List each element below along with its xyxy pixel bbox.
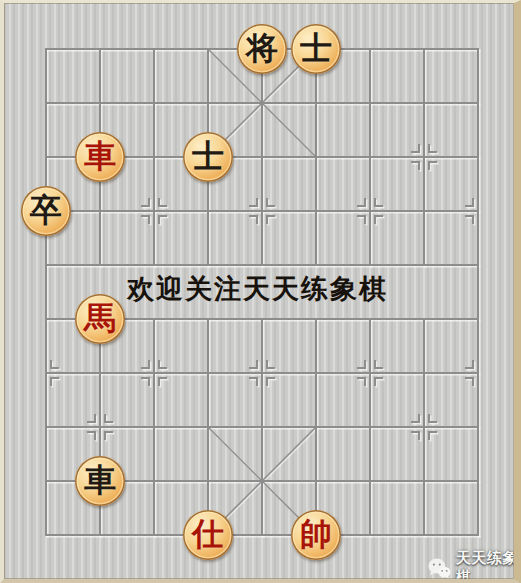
grid-line (269, 380, 277, 388)
grid-line (161, 218, 169, 226)
grid-line (107, 434, 115, 442)
piece-black-general[interactable]: 将 (237, 24, 287, 74)
piece-red-chariot[interactable]: 車 (75, 132, 125, 182)
grid-line (431, 434, 439, 442)
watermark-label: 天天练象棋 (456, 549, 521, 583)
piece-red-general[interactable]: 帥 (291, 510, 341, 560)
piece-black-advisor-2[interactable]: 士 (183, 132, 233, 182)
grid-line (431, 164, 439, 172)
wechat-icon (428, 556, 451, 581)
grid-line (249, 360, 257, 368)
grid-line (465, 360, 473, 368)
piece-glyph: 卒 (30, 194, 62, 226)
grid-line (161, 380, 169, 388)
grid-line (141, 360, 149, 368)
piece-glyph: 士 (192, 140, 224, 172)
piece-black-chariot[interactable]: 車 (75, 456, 125, 506)
grid-line (53, 380, 61, 388)
piece-glyph: 車 (84, 464, 116, 496)
grid-line (377, 380, 385, 388)
xiangqi-app: 欢迎关注天天练象棋 将士車士卒馬車仕帥 天天练象棋 (0, 0, 521, 583)
piece-glyph: 帥 (300, 518, 332, 550)
grid-line (357, 198, 365, 206)
grid-line (411, 144, 419, 152)
piece-red-advisor[interactable]: 仕 (183, 510, 233, 560)
piece-glyph: 車 (84, 140, 116, 172)
river-banner-text: 欢迎关注天天练象棋 (127, 271, 388, 307)
piece-black-soldier[interactable]: 卒 (21, 186, 71, 236)
piece-glyph: 将 (246, 32, 278, 64)
grid-line (269, 218, 277, 226)
piece-glyph: 士 (300, 32, 332, 64)
grid-line (465, 198, 473, 206)
grid-line (249, 198, 257, 206)
piece-black-advisor-1[interactable]: 士 (291, 24, 341, 74)
piece-glyph: 馬 (84, 302, 116, 334)
grid-line (377, 218, 385, 226)
grid-line (87, 414, 95, 422)
piece-glyph: 仕 (192, 518, 224, 550)
watermark: 天天练象棋 (428, 549, 521, 583)
grid-line (357, 360, 365, 368)
piece-red-horse[interactable]: 馬 (75, 294, 125, 344)
grid-line (141, 198, 149, 206)
grid-line (411, 414, 419, 422)
